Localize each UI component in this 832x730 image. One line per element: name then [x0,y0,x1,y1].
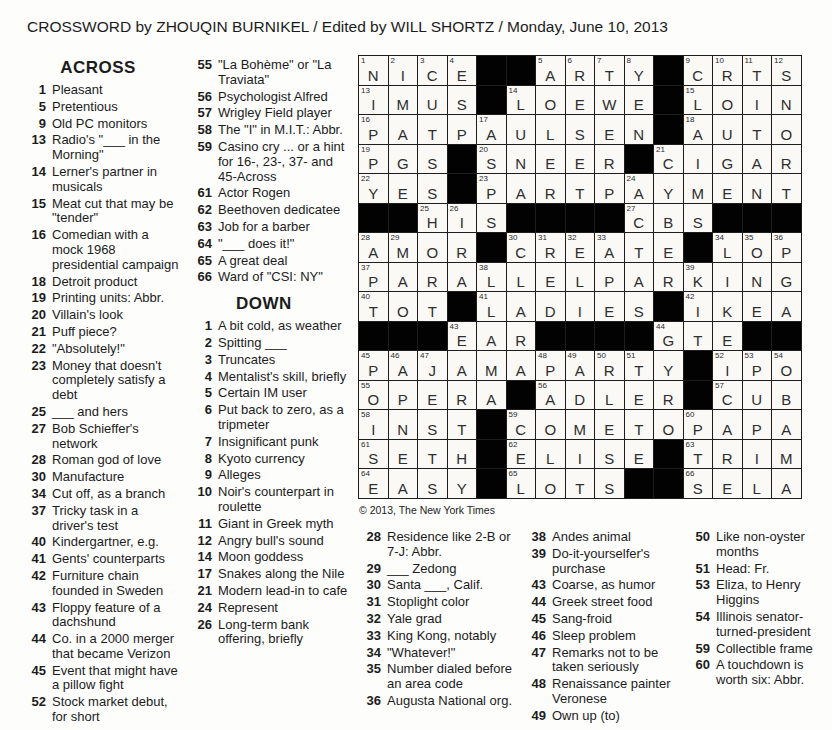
letter-cell[interactable]: D [536,292,565,321]
letter-cell[interactable]: 54O [772,351,801,380]
letter-cell[interactable]: 59C [507,410,536,439]
letter-cell[interactable]: L [536,115,565,144]
letter-cell[interactable]: N [625,115,654,144]
clue-29: 29___ Zedong [355,562,521,577]
letter-cell[interactable]: T [625,233,654,262]
letter-cell[interactable]: L [566,263,595,292]
letter-cell[interactable]: U [418,86,447,115]
letter-cell[interactable]: M [566,410,595,439]
letter-cell[interactable]: R [448,381,477,410]
cell-letter: E [713,186,742,202]
letter-cell[interactable]: 55O [359,381,388,410]
letter-cell[interactable]: 24A [625,174,654,203]
cell-letter: O [536,422,565,438]
letter-cell[interactable]: A [389,115,418,144]
letter-cell[interactable]: A [507,351,536,380]
clue-text: Tricky task in a driver's test [52,504,183,534]
letter-cell[interactable]: T [566,174,595,203]
letter-cell[interactable]: P [595,263,624,292]
letter-cell[interactable]: N [743,174,772,203]
clue-text: Spitting ___ [218,336,354,351]
letter-cell[interactable]: 11T [743,56,772,85]
cell-letter: O [418,245,447,261]
letter-cell[interactable]: L [536,440,565,469]
clue-number: 36 [355,694,387,709]
letter-cell[interactable]: 51T [625,351,654,380]
letter-cell[interactable]: E [713,322,742,351]
down-clue-column-bottom-1: 28Residence like 2-B or 7-J: Abbr.29___ … [355,530,521,711]
letter-cell[interactable]: A [389,469,418,498]
letter-cell[interactable]: R [536,174,565,203]
letter-cell[interactable]: 49A [566,351,595,380]
letter-cell[interactable]: M [772,440,801,469]
letter-cell[interactable]: 30C [507,233,536,262]
letter-cell[interactable]: S [418,410,447,439]
letter-cell[interactable]: 42I [684,292,713,321]
letter-cell[interactable]: W [595,86,624,115]
letter-cell[interactable]: 28A [359,233,388,262]
clue-number: 15 [20,197,52,227]
letter-cell[interactable]: 62E [507,440,536,469]
black-cell [654,469,683,498]
letter-cell[interactable]: M [684,174,713,203]
letter-cell[interactable]: 12S [772,56,801,85]
letter-cell[interactable]: E [713,174,742,203]
letter-cell[interactable]: L [743,469,772,498]
clue-44: 44Co. in a 2000 merger that became Veriz… [20,632,183,662]
letter-cell[interactable]: P [389,381,418,410]
clue-number: 35 [355,662,387,692]
clue-56: 56Psychologist Alfred [186,90,354,105]
letter-cell[interactable]: T [743,115,772,144]
clue-number: 46 [520,629,552,644]
clue-number: 28 [20,453,52,468]
letter-cell[interactable]: 2I [389,56,418,85]
cell-number: 66 [686,469,695,478]
letter-cell[interactable]: O [772,115,801,144]
letter-cell[interactable]: I [684,145,713,174]
letter-cell[interactable]: O [389,292,418,321]
clue-number: 45 [520,612,552,627]
cell-letter: H [448,451,477,467]
cell-letter: C [684,68,713,84]
letter-cell[interactable]: E [536,263,565,292]
letter-cell[interactable]: 43E [448,322,477,351]
letter-cell[interactable]: T [418,115,447,144]
cell-number: 16 [361,115,370,124]
clue-number: 21 [186,584,218,599]
across-clue-list-1: 1Pleasant5Pretentious9Old PC monitors13R… [20,83,183,725]
letter-cell[interactable]: M [477,351,506,380]
letter-cell[interactable]: E [595,115,624,144]
letter-cell[interactable]: 36P [772,233,801,262]
cell-number: 22 [361,174,370,183]
cell-letter: P [595,274,624,290]
clue-number: 34 [20,487,52,502]
letter-cell[interactable]: 40T [359,292,388,321]
letter-cell[interactable]: 48P [536,351,565,380]
clue-text: Lerner's partner in musicals [52,165,183,195]
letter-cell[interactable]: G [389,145,418,174]
cell-letter: C [625,215,654,231]
letter-cell[interactable]: 27C [625,204,654,233]
cell-letter: P [359,156,388,172]
letter-cell[interactable]: 38L [477,263,506,292]
clue-number: 25 [20,405,52,420]
clue-number: 40 [20,535,52,550]
cell-number: 13 [361,86,370,95]
letter-cell[interactable]: 23P [477,174,506,203]
cell-letter: H [418,215,447,231]
cell-number: 20 [479,145,488,154]
clue-text: "___ does it!" [218,237,354,252]
letter-cell[interactable]: E [536,145,565,174]
letter-cell[interactable]: 1N [359,56,388,85]
cell-number: 36 [774,233,783,242]
cell-letter: A [389,274,418,290]
cell-letter: R [772,156,801,172]
cell-letter: L [595,392,624,408]
black-cell [625,322,654,351]
letter-cell[interactable]: N [772,86,801,115]
letter-cell[interactable]: E [566,86,595,115]
letter-cell[interactable]: Y [448,469,477,498]
letter-cell[interactable]: E [418,381,447,410]
letter-cell[interactable]: 6R [566,56,595,85]
clue-text: A great deal [218,254,354,269]
cell-letter: I [743,97,772,113]
cell-number: 33 [597,233,606,242]
letter-cell[interactable]: 60P [684,410,713,439]
letter-cell[interactable]: S [418,469,447,498]
letter-cell[interactable]: O [536,410,565,439]
letter-cell[interactable]: S [684,204,713,233]
clue-number: 53 [684,578,716,608]
letter-cell[interactable]: T [418,292,447,321]
cell-letter: E [713,333,742,349]
letter-cell[interactable]: R [772,145,801,174]
letter-cell[interactable]: 3C [418,56,447,85]
letter-cell[interactable]: 46A [389,351,418,380]
clue-66: 66Ward of "CSI: NY" [186,270,354,285]
letter-cell[interactable]: O [536,469,565,498]
cell-number: 54 [774,351,783,360]
letter-cell[interactable]: U [507,115,536,144]
cell-letter: E [418,392,447,408]
letter-cell[interactable]: E [595,410,624,439]
letter-cell[interactable]: 50R [595,351,624,380]
clue-text: Kindergartner, e.g. [52,535,183,550]
cell-letter: A [389,363,418,379]
letter-cell[interactable]: 56A [536,381,565,410]
letter-cell[interactable]: E [595,292,624,321]
clue-number: 28 [355,530,387,560]
letter-cell[interactable]: E [743,292,772,321]
letter-cell[interactable]: 44G [654,322,683,351]
letter-cell[interactable]: U [743,381,772,410]
cell-letter: E [448,68,477,84]
cell-number: 47 [420,351,429,360]
letter-cell[interactable]: E [713,469,742,498]
letter-cell[interactable]: 34L [713,233,742,262]
letter-cell[interactable]: E [389,174,418,203]
clue-3: 3Truncates [186,353,354,368]
letter-cell[interactable]: 19P [359,145,388,174]
letter-cell[interactable]: S [418,174,447,203]
letter-cell[interactable]: A [507,292,536,321]
cell-letter: G [772,274,801,290]
cell-letter: T [595,68,624,84]
letter-cell[interactable]: S [418,145,447,174]
letter-cell[interactable]: S [595,469,624,498]
clue-10: 10Noir's counterpart in roulette [186,485,354,515]
letter-cell[interactable]: S [595,440,624,469]
letter-cell[interactable]: E [625,86,654,115]
letter-cell[interactable]: R [418,263,447,292]
letter-cell[interactable]: 53P [743,351,772,380]
cell-number: 12 [774,56,783,65]
cell-letter: P [772,245,801,261]
cell-letter: P [359,127,388,143]
clue-text: Own up (to) [552,709,683,724]
letter-cell[interactable]: Y [654,351,683,380]
letter-cell[interactable]: 52I [713,351,742,380]
letter-cell[interactable]: S [477,204,506,233]
clue-text: Job for a barber [218,220,354,235]
letter-cell[interactable]: D [566,381,595,410]
letter-cell[interactable]: I [713,263,742,292]
letter-cell[interactable]: 66S [684,469,713,498]
letter-cell[interactable]: H [448,440,477,469]
letter-cell[interactable]: 25H [418,204,447,233]
letter-cell[interactable]: R [654,381,683,410]
letter-cell[interactable]: 63T [684,440,713,469]
cell-letter: I [566,304,595,320]
cell-letter: E [595,304,624,320]
black-cell [477,86,506,115]
letter-cell[interactable]: A [477,322,506,351]
letter-cell[interactable]: 32E [566,233,595,262]
letter-cell[interactable]: R [654,263,683,292]
letter-cell[interactable]: M [389,86,418,115]
clue-number: 44 [20,632,52,662]
clue-text: Collectible frame [716,642,831,657]
black-cell [448,292,477,321]
letter-cell[interactable]: 33A [595,233,624,262]
cell-letter: T [566,186,595,202]
letter-cell[interactable]: T [625,410,654,439]
clue-text: King Kong, notably [387,629,521,644]
clue-44: 44Greek street food [520,595,683,610]
black-cell [507,204,536,233]
letter-cell[interactable]: O [654,410,683,439]
letter-cell[interactable]: A [713,410,742,439]
letter-cell[interactable]: 65L [507,469,536,498]
letter-cell[interactable]: 22Y [359,174,388,203]
cell-letter: P [536,363,565,379]
clue-number: 33 [355,629,387,644]
letter-cell[interactable]: P [743,410,772,439]
clue-text: "La Bohème" or "La Traviata" [218,58,354,88]
cell-number: 3 [420,56,424,65]
letter-cell[interactable]: U [713,115,742,144]
letter-cell[interactable]: A [772,469,801,498]
letter-cell[interactable]: T [448,410,477,439]
letter-cell[interactable]: 39K [684,263,713,292]
letter-cell[interactable]: 57C [713,381,742,410]
clue-text: Moon goddess [218,550,354,565]
letter-cell[interactable]: Y [654,174,683,203]
letter-cell[interactable]: 45P [359,351,388,380]
letter-cell[interactable]: A [477,381,506,410]
clue-number: 51 [684,562,716,577]
letter-cell[interactable]: P [448,115,477,144]
letter-cell[interactable]: A [772,410,801,439]
cell-number: 51 [627,351,636,360]
black-cell [477,410,506,439]
letter-cell[interactable]: 16P [359,115,388,144]
letter-cell[interactable]: 8Y [625,56,654,85]
clue-text: Sang-froid [552,612,683,627]
letter-cell[interactable]: A [507,174,536,203]
clue-text: Pretentious [52,100,183,115]
letter-cell[interactable]: O [536,86,565,115]
letter-cell[interactable]: R [448,233,477,262]
clue-text: "Absolutely!" [52,342,183,357]
letter-cell[interactable]: 9C [684,56,713,85]
letter-cell[interactable]: 58I [359,410,388,439]
clue-62: 62Beethoven dedicatee [186,203,354,218]
letter-cell[interactable]: 5A [536,56,565,85]
letter-cell[interactable]: N [389,410,418,439]
letter-cell[interactable]: A [772,292,801,321]
letter-cell[interactable]: I [566,440,595,469]
letter-cell[interactable]: 21C [654,145,683,174]
letter-cell[interactable]: P [595,174,624,203]
letter-cell[interactable]: 64E [359,469,388,498]
cell-letter: O [359,392,388,408]
letter-cell[interactable]: I [743,440,772,469]
letter-cell[interactable]: O [713,86,742,115]
cell-number: 44 [656,322,665,331]
black-cell [654,440,683,469]
clue-23: 23Money that doesn't completely satisfy … [20,359,183,403]
letter-cell[interactable]: 15L [684,86,713,115]
cell-letter: T [684,333,713,349]
letter-cell[interactable]: 13I [359,86,388,115]
letter-cell[interactable]: 31R [536,233,565,262]
second-clue-column: 55"La Bohème" or "La Traviata"56Psycholo… [186,58,354,649]
letter-cell[interactable]: I [743,86,772,115]
letter-cell[interactable]: 29M [389,233,418,262]
letter-cell[interactable]: 10R [713,56,742,85]
clue-number: 61 [186,186,218,201]
letter-cell[interactable]: N [507,145,536,174]
letter-cell[interactable]: S [566,115,595,144]
cell-letter: L [477,304,506,320]
letter-cell[interactable]: 7T [595,56,624,85]
cell-letter: E [389,451,418,467]
clue-text: Bob Schieffer's network [52,422,183,452]
cell-letter: I [684,304,713,320]
letter-cell[interactable]: S [448,86,477,115]
letter-cell[interactable]: G [713,145,742,174]
letter-cell[interactable]: 61S [359,440,388,469]
clue-number: 4 [186,370,218,385]
clue-text: Cut off, as a branch [52,487,183,502]
letter-cell[interactable]: L [595,381,624,410]
letter-cell[interactable]: A [448,263,477,292]
letter-cell[interactable]: 41L [477,292,506,321]
letter-cell[interactable]: O [418,233,447,262]
letter-cell[interactable]: 47J [418,351,447,380]
letter-cell[interactable]: R [507,322,536,351]
cell-letter: M [389,245,418,261]
letter-cell[interactable]: T [772,174,801,203]
letter-cell[interactable]: T [418,440,447,469]
letter-cell[interactable]: L [507,263,536,292]
letter-cell[interactable]: E [625,440,654,469]
cell-letter: A [625,186,654,202]
letter-cell[interactable]: 17A [477,115,506,144]
cell-number: 5 [538,56,542,65]
letter-cell[interactable]: S [625,292,654,321]
down-header: DOWN [194,294,334,314]
cell-letter: B [654,215,683,231]
cell-number: 10 [715,56,724,65]
cell-letter: C [654,156,683,172]
letter-cell[interactable]: R [595,145,624,174]
clue-26: 26Long-term bank offering, briefly [186,618,354,648]
letter-cell[interactable]: B [654,204,683,233]
letter-cell[interactable]: T [566,469,595,498]
letter-cell[interactable]: 20S [477,145,506,174]
letter-cell[interactable]: B [772,381,801,410]
clue-48: 48Renaissance painter Veronese [520,677,683,707]
cell-letter: S [418,481,447,497]
cell-number: 7 [597,56,601,65]
clue-31: 31Stoplight color [355,595,521,610]
letter-cell[interactable]: 4E [448,56,477,85]
clue-number: 56 [186,90,218,105]
letter-cell[interactable]: A [389,263,418,292]
cell-letter: C [507,422,536,438]
cell-number: 37 [361,263,370,272]
letter-cell[interactable]: E [654,233,683,262]
letter-cell[interactable]: E [389,440,418,469]
letter-cell[interactable]: K [713,292,742,321]
letter-cell[interactable]: E [566,145,595,174]
letter-cell[interactable]: R [713,440,742,469]
letter-cell[interactable]: A [625,263,654,292]
letter-cell[interactable]: 18A [684,115,713,144]
letter-cell[interactable]: 14L [507,86,536,115]
cell-number: 50 [597,351,606,360]
clue-50: 50Like non-oyster months [684,530,831,560]
cell-letter: Y [448,481,477,497]
letter-cell[interactable]: 35O [743,233,772,262]
clue-text: Radio's "___ in the Morning" [52,133,183,163]
letter-cell[interactable]: A [448,351,477,380]
letter-cell[interactable]: 37P [359,263,388,292]
letter-cell[interactable]: 26I [448,204,477,233]
letter-cell[interactable]: A [743,145,772,174]
letter-cell[interactable]: N [743,263,772,292]
letter-cell[interactable]: I [566,292,595,321]
letter-cell[interactable]: G [772,263,801,292]
letter-cell[interactable]: T [684,322,713,351]
letter-cell[interactable]: E [625,381,654,410]
